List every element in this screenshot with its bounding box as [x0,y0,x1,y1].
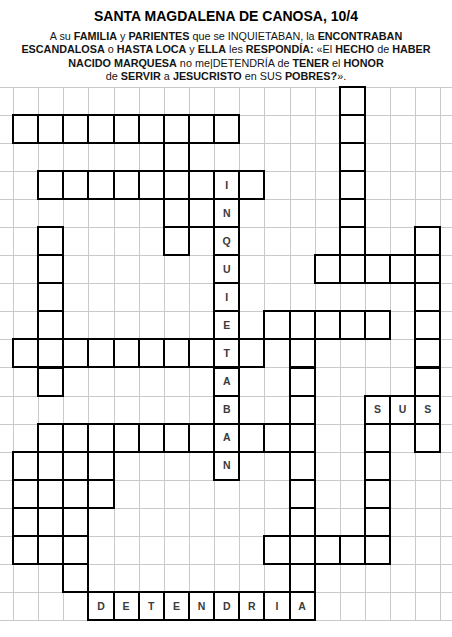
cell-letter: U [399,404,407,415]
grid-cell-r17c12[interactable] [289,535,316,565]
grid-cell-r5c7[interactable] [163,198,190,228]
grid-cell-r2c8[interactable] [188,114,215,144]
cell-letter: N [223,208,231,219]
grid-cell-r10c3[interactable] [62,338,89,368]
grid-cell-r19c7[interactable]: E [163,591,190,621]
grid-cell-r15c2[interactable] [37,479,64,509]
grid-cell-r13c12[interactable] [289,423,316,453]
grid-cell-r19c10[interactable]: R [238,591,265,621]
grid-cell-r2c14[interactable] [339,114,366,144]
grid-cell-r4c3[interactable] [62,170,89,200]
cell-letter: I [275,601,278,612]
grid-cell-r17c3[interactable] [62,535,89,565]
grid-cell-r7c14[interactable] [339,254,366,284]
cell-letter: N [223,460,231,471]
grid-cell-r15c3[interactable] [62,479,89,509]
grid-cell-r4c2[interactable] [37,170,64,200]
grid-cell-r8c17[interactable] [414,282,441,312]
grid-cell-r3c14[interactable] [339,142,366,172]
grid-cell-r19c11[interactable]: I [263,591,290,621]
grid-cell-r14c2[interactable] [37,451,64,481]
grid-cell-r4c8[interactable] [188,170,215,200]
grid-cell-r2c7[interactable] [163,114,190,144]
cell-letter: A [223,376,231,387]
grid-cell-r5c9[interactable]: N [213,198,240,228]
cell-letter: S [374,404,381,415]
grid-cell-r2c3[interactable] [62,114,89,144]
cell-letter: N [198,601,206,612]
grid-cell-r9c9[interactable]: E [213,310,240,340]
grid-cell-r13c4[interactable] [87,423,114,453]
cell-letter: B [223,404,231,415]
grid-cell-r7c2[interactable] [37,254,64,284]
cell-letter: T [148,601,154,612]
grid-cell-r15c12[interactable] [289,479,316,509]
grid-cell-r16c3[interactable] [62,507,89,537]
grid-cell-r2c2[interactable] [37,114,64,144]
grid-cell-r19c12[interactable]: A [289,591,316,621]
grid-cell-r12c15[interactable]: S [364,395,391,425]
grid-cell-r13c3[interactable] [62,423,89,453]
grid-cell-r19c5[interactable]: E [113,591,140,621]
grid-cell-r11c12[interactable] [289,367,316,397]
grid-cell-r11c9[interactable]: A [213,367,240,397]
grid-cell-r2c6[interactable] [138,114,165,144]
grid-cell-r4c7[interactable] [163,170,190,200]
grid-cell-r10c4[interactable] [87,338,114,368]
grid-cell-r3c7[interactable] [163,142,190,172]
cell-letter: T [223,348,229,359]
grid-cell-r10c8[interactable] [188,338,215,368]
cell-letter: Q [223,236,231,247]
grid-cell-r10c5[interactable] [113,338,140,368]
cell-letter: D [223,601,231,612]
grid-cell-r10c9[interactable]: T [213,338,240,368]
grid-cell-r6c2[interactable] [37,226,64,256]
grid-cell-r1c14[interactable] [339,86,366,116]
grid-cell-r15c1[interactable] [12,479,39,509]
grid-cell-r10c17[interactable] [414,338,441,368]
grid-cell-r19c6[interactable]: T [138,591,165,621]
grid-cell-r13c7[interactable] [163,423,190,453]
grid-cell-r12c9[interactable]: B [213,395,240,425]
cell-letter: A [298,601,306,612]
grid-cell-r13c8[interactable] [188,423,215,453]
grid-cell-r18c12[interactable] [289,563,316,593]
cell-letter: E [123,601,130,612]
grid-cell-r17c13[interactable] [314,535,341,565]
grid-cell-r6c14[interactable] [339,226,366,256]
cell-letter: S [424,404,431,415]
grid-cell-r4c4[interactable] [87,170,114,200]
cell-letter: U [223,264,231,275]
cell-letter: I [225,292,228,303]
grid-cell-r17c14[interactable] [339,535,366,565]
grid-cell-r7c13[interactable] [314,254,341,284]
cell-letter: A [223,432,231,443]
grid-cell-r14c15[interactable] [364,451,391,481]
grid-cell-r7c16[interactable] [389,254,416,284]
grid-cell-r10c7[interactable] [163,338,190,368]
grid-cell-r9c11[interactable] [263,310,290,340]
grid-cell-r4c5[interactable] [113,170,140,200]
grid-cell-r2c4[interactable] [87,114,114,144]
grid-cell-r14c12[interactable] [289,451,316,481]
grid-cell-r2c9[interactable] [213,114,240,144]
grid-cell-r9c14[interactable] [339,310,366,340]
grid-cell-r16c12[interactable] [289,507,316,537]
grid-cell-r16c15[interactable] [364,507,391,537]
cell-letter: E [223,320,230,331]
grid-cell-r6c17[interactable] [414,226,441,256]
grid-cell-r13c5[interactable] [113,423,140,453]
grid-cell-r17c11[interactable] [263,535,290,565]
grid-cell-r7c9[interactable]: U [213,254,240,284]
grid-cell-r15c4[interactable] [87,479,114,509]
grid-cell-r11c2[interactable] [37,367,64,397]
grid-cell-r10c10[interactable] [238,338,265,368]
grid-cell-r12c17[interactable]: S [414,395,441,425]
grid-cell-r7c17[interactable] [414,254,441,284]
grid-cell-r9c2[interactable] [37,310,64,340]
grid-cell-r13c2[interactable] [37,423,64,453]
grid-cell-r13c17[interactable] [414,423,441,453]
grid-cell-r4c6[interactable] [138,170,165,200]
grid-cell-r13c11[interactable] [263,423,290,453]
cell-letter: E [173,601,180,612]
grid-cell-r19c8[interactable]: N [188,591,215,621]
grid-cell-r13c10[interactable] [238,423,265,453]
grid-cell-r17c2[interactable] [37,535,64,565]
grid-cell-r15c15[interactable] [364,479,391,509]
grid-cell-r6c7[interactable] [163,226,190,256]
grid-cell-r8c2[interactable] [37,282,64,312]
crossword-board: INQUIETABSUSANDETENDRIA [0,0,452,637]
grid-cell-r19c4[interactable]: D [87,591,114,621]
cell-letter: R [248,601,256,612]
grid-cell-r9c12[interactable] [289,310,316,340]
grid-cell-r9c13[interactable] [314,310,341,340]
grid-cell-r17c15[interactable] [364,535,391,565]
grid-cell-r4c14[interactable] [339,170,366,200]
grid-cell-r11c17[interactable] [414,367,441,397]
grid-cell-r16c1[interactable] [12,507,39,537]
grid-cell-r19c9[interactable]: D [213,591,240,621]
grid-cell-r5c14[interactable] [339,198,366,228]
grid-cell-r12c12[interactable] [289,395,316,425]
grid-cell-r14c3[interactable] [62,451,89,481]
grid-cell-r10c6[interactable] [138,338,165,368]
grid-cell-r4c10[interactable] [238,170,265,200]
grid-cell-r7c15[interactable] [364,254,391,284]
grid-cell-r4c9[interactable]: I [213,170,240,200]
grid-cell-r10c2[interactable] [37,338,64,368]
grid-cell-r5c8[interactable] [188,198,215,228]
grid-cell-r14c9[interactable]: N [213,451,240,481]
grid-cell-r2c1[interactable] [12,114,39,144]
grid-cell-r13c6[interactable] [138,423,165,453]
grid-cell-r10c12[interactable] [289,338,316,368]
grid-cell-r17c1[interactable] [12,535,39,565]
grid-cell-r13c15[interactable] [364,423,391,453]
grid-cell-r13c9[interactable]: A [213,423,240,453]
grid-cell-r16c2[interactable] [37,507,64,537]
grid-cell-r6c9[interactable]: Q [213,226,240,256]
grid-cell-r2c5[interactable] [113,114,140,144]
grid-cell-r12c16[interactable]: U [389,395,416,425]
grid-cell-r14c1[interactable] [12,451,39,481]
cell-letter: I [225,180,228,191]
grid-cell-r10c1[interactable] [12,338,39,368]
grid-cell-r9c15[interactable] [364,310,391,340]
grid-cell-r14c4[interactable] [87,451,114,481]
grid-cell-r8c9[interactable]: I [213,282,240,312]
grid-cell-r18c3[interactable] [62,563,89,593]
grid-cell-r9c17[interactable] [414,310,441,340]
cell-letter: D [97,601,105,612]
